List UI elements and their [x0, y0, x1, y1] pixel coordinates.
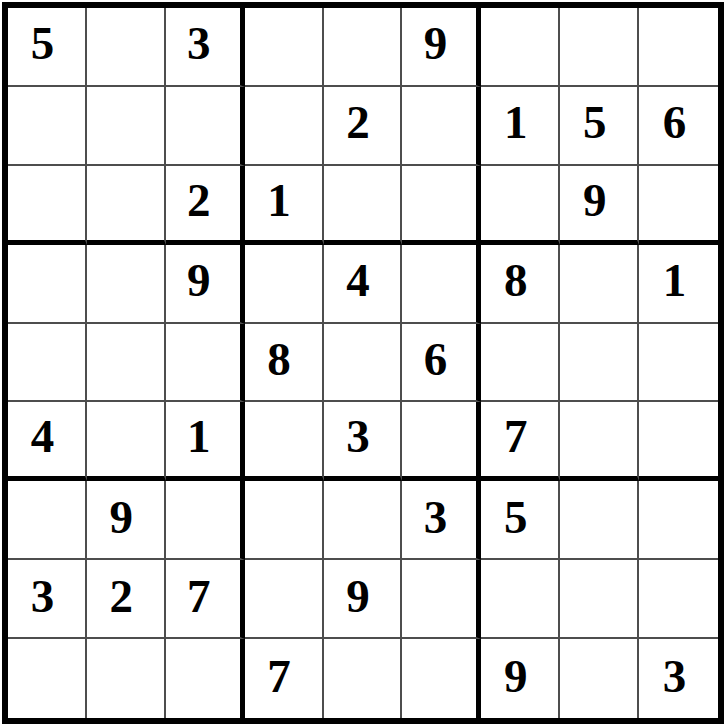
given-digit: 9	[583, 177, 615, 229]
cell-r4c6[interactable]	[402, 245, 481, 324]
cell-r2c4[interactable]	[245, 87, 324, 166]
cell-r3c5[interactable]	[324, 166, 403, 245]
cell-value	[435, 200, 443, 205]
cell-value	[675, 44, 683, 49]
cell-value	[42, 517, 50, 522]
cell-value	[121, 359, 129, 364]
given-digit: 3	[346, 413, 378, 465]
given-digit: 6	[424, 336, 456, 388]
cell-value	[42, 359, 50, 364]
cell-r4c4[interactable]	[245, 245, 324, 324]
cell-value	[595, 437, 603, 442]
cell-r5c6[interactable]: 6	[402, 324, 481, 403]
cell-r5c4[interactable]: 8	[245, 324, 324, 403]
cell-r7c4[interactable]	[245, 481, 324, 560]
sudoku-page: 539215621994818641379353279793	[0, 0, 726, 726]
cell-r4c2[interactable]	[87, 245, 166, 324]
cell-r9c9[interactable]: 3	[639, 639, 718, 718]
cell-r7c3[interactable]	[166, 481, 245, 560]
cell-r6c5[interactable]: 3	[324, 402, 403, 481]
cell-r3c7[interactable]	[481, 166, 560, 245]
cell-value	[516, 596, 524, 601]
given-digit: 3	[424, 494, 456, 546]
cell-value	[199, 123, 207, 128]
cell-r2c3[interactable]	[166, 87, 245, 166]
cell-value	[42, 123, 50, 128]
cell-r5c5[interactable]	[324, 324, 403, 403]
cell-value	[595, 359, 603, 364]
cell-r5c9[interactable]	[639, 324, 718, 403]
cell-r3c6[interactable]	[402, 166, 481, 245]
given-digit: 7	[187, 573, 219, 625]
cell-value	[675, 437, 683, 442]
given-digit: 9	[504, 653, 536, 705]
cell-r9c4[interactable]: 7	[245, 639, 324, 718]
cell-value	[199, 359, 207, 364]
cell-value	[675, 596, 683, 601]
given-digit: 6	[663, 99, 695, 151]
cell-value	[279, 596, 287, 601]
cell-value	[279, 123, 287, 128]
given-digit: 8	[504, 257, 536, 309]
cell-r9c2[interactable]	[87, 639, 166, 718]
cell-value	[199, 676, 207, 681]
cell-r6c6[interactable]	[402, 402, 481, 481]
cell-r9c8[interactable]	[560, 639, 639, 718]
cell-r5c7[interactable]	[481, 324, 560, 403]
given-digit: 7	[267, 653, 299, 705]
cell-value	[279, 44, 287, 49]
cell-value	[595, 676, 603, 681]
cell-value	[358, 676, 366, 681]
cell-r1c5[interactable]	[324, 8, 403, 87]
cell-r2c7[interactable]: 1	[481, 87, 560, 166]
cell-r8c4[interactable]	[245, 560, 324, 639]
cell-r8c9[interactable]	[639, 560, 718, 639]
cell-r2c8[interactable]: 5	[560, 87, 639, 166]
given-digit: 3	[31, 573, 63, 625]
cell-value	[435, 676, 443, 681]
cell-r7c8[interactable]	[560, 481, 639, 560]
given-digit: 2	[187, 177, 219, 229]
given-digit: 9	[187, 257, 219, 309]
cell-r9c5[interactable]	[324, 639, 403, 718]
cell-r6c8[interactable]	[560, 402, 639, 481]
given-digit: 4	[346, 257, 378, 309]
cell-r6c3[interactable]: 1	[166, 402, 245, 481]
given-digit: 9	[424, 20, 456, 72]
cell-value	[358, 200, 366, 205]
cell-r3c8[interactable]: 9	[560, 166, 639, 245]
cell-r8c1[interactable]: 3	[8, 560, 87, 639]
cell-r1c4[interactable]	[245, 8, 324, 87]
cell-r2c1[interactable]	[8, 87, 87, 166]
cell-value	[42, 200, 50, 205]
cell-value	[675, 200, 683, 205]
cell-value	[121, 200, 129, 205]
cell-r7c6[interactable]: 3	[402, 481, 481, 560]
given-digit: 1	[267, 177, 299, 229]
cell-r4c7[interactable]: 8	[481, 245, 560, 324]
cell-value	[199, 517, 207, 522]
cell-r4c5[interactable]: 4	[324, 245, 403, 324]
cell-value	[595, 44, 603, 49]
cell-r8c2[interactable]: 2	[87, 560, 166, 639]
cell-r6c1[interactable]: 4	[8, 402, 87, 481]
given-digit: 2	[346, 99, 378, 151]
cell-value	[435, 596, 443, 601]
cell-value	[516, 200, 524, 205]
cell-r6c7[interactable]: 7	[481, 402, 560, 481]
cell-r3c3[interactable]: 2	[166, 166, 245, 245]
cell-value	[675, 359, 683, 364]
cell-r1c6[interactable]: 9	[402, 8, 481, 87]
cell-value	[435, 123, 443, 128]
cell-r8c8[interactable]	[560, 560, 639, 639]
cell-r8c6[interactable]	[402, 560, 481, 639]
given-digit: 7	[504, 413, 536, 465]
cell-r8c7[interactable]	[481, 560, 560, 639]
cell-r3c9[interactable]	[639, 166, 718, 245]
cell-value	[279, 281, 287, 286]
cell-r6c4[interactable]	[245, 402, 324, 481]
cell-r1c7[interactable]	[481, 8, 560, 87]
given-digit: 9	[110, 494, 142, 546]
given-digit: 5	[31, 20, 63, 72]
cell-value	[121, 676, 129, 681]
given-digit: 4	[31, 413, 63, 465]
cell-r9c3[interactable]	[166, 639, 245, 718]
cell-r3c2[interactable]	[87, 166, 166, 245]
cell-r5c8[interactable]	[560, 324, 639, 403]
cell-r8c5[interactable]: 9	[324, 560, 403, 639]
cell-r1c9[interactable]	[639, 8, 718, 87]
cell-value	[121, 281, 129, 286]
cell-r2c9[interactable]: 6	[639, 87, 718, 166]
cell-value	[595, 596, 603, 601]
cell-value	[279, 517, 287, 522]
cell-r3c1[interactable]	[8, 166, 87, 245]
cell-value	[42, 676, 50, 681]
cell-r1c2[interactable]	[87, 8, 166, 87]
cell-r7c1[interactable]	[8, 481, 87, 560]
cell-r2c6[interactable]	[402, 87, 481, 166]
cell-r8c3[interactable]: 7	[166, 560, 245, 639]
cell-value	[358, 44, 366, 49]
given-digit: 9	[346, 573, 378, 625]
cell-r7c7[interactable]: 5	[481, 481, 560, 560]
given-digit: 1	[187, 413, 219, 465]
cell-value	[675, 517, 683, 522]
cell-value	[516, 44, 524, 49]
given-digit: 5	[583, 99, 615, 151]
cell-r3c4[interactable]: 1	[245, 166, 324, 245]
cell-r9c6[interactable]	[402, 639, 481, 718]
cell-r7c2[interactable]: 9	[87, 481, 166, 560]
cell-r1c1[interactable]: 5	[8, 8, 87, 87]
cell-value	[121, 44, 129, 49]
cell-r1c3[interactable]: 3	[166, 8, 245, 87]
cell-value	[595, 281, 603, 286]
cell-r4c3[interactable]: 9	[166, 245, 245, 324]
cell-r4c9[interactable]: 1	[639, 245, 718, 324]
cell-value	[595, 517, 603, 522]
cell-r2c2[interactable]	[87, 87, 166, 166]
cell-r9c1[interactable]	[8, 639, 87, 718]
cell-r5c2[interactable]	[87, 324, 166, 403]
given-digit: 3	[187, 20, 219, 72]
given-digit: 5	[504, 494, 536, 546]
cell-value	[358, 359, 366, 364]
given-digit: 1	[663, 257, 695, 309]
cell-r4c1[interactable]	[8, 245, 87, 324]
cell-r1c8[interactable]	[560, 8, 639, 87]
cell-r5c1[interactable]	[8, 324, 87, 403]
given-digit: 2	[110, 573, 142, 625]
cell-r6c9[interactable]	[639, 402, 718, 481]
cell-value	[42, 281, 50, 286]
cell-r7c9[interactable]	[639, 481, 718, 560]
cell-r2c5[interactable]: 2	[324, 87, 403, 166]
cell-value	[516, 359, 524, 364]
given-digit: 8	[267, 336, 299, 388]
cell-value	[358, 517, 366, 522]
cell-r6c2[interactable]	[87, 402, 166, 481]
cell-r9c7[interactable]: 9	[481, 639, 560, 718]
cell-value	[121, 437, 129, 442]
given-digit: 3	[663, 653, 695, 705]
cell-r5c3[interactable]	[166, 324, 245, 403]
cell-value	[435, 281, 443, 286]
cell-value	[279, 437, 287, 442]
cell-r4c8[interactable]	[560, 245, 639, 324]
cell-r7c5[interactable]	[324, 481, 403, 560]
cell-value	[435, 437, 443, 442]
sudoku-board: 539215621994818641379353279793	[2, 2, 724, 724]
given-digit: 1	[504, 99, 536, 151]
cell-value	[121, 123, 129, 128]
